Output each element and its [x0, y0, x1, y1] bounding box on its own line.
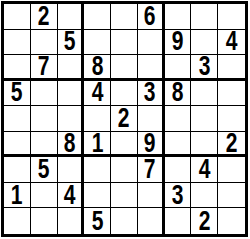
cell-r6c8[interactable]	[191, 132, 218, 158]
cell-r3c5[interactable]	[111, 55, 138, 81]
given-digit: 5	[91, 208, 103, 234]
cell-r3c7[interactable]	[165, 55, 192, 81]
cell-r2c5[interactable]	[111, 30, 138, 56]
cell-r1c6[interactable]: 6	[138, 4, 165, 30]
cell-r2c9[interactable]: 4	[218, 30, 245, 56]
cell-r5c4[interactable]	[84, 106, 111, 132]
given-digit: 6	[144, 4, 156, 30]
given-digit: 1	[91, 132, 103, 157]
cell-r9c5[interactable]	[111, 208, 138, 234]
cell-r9c9[interactable]	[218, 208, 245, 234]
cell-r3c1[interactable]	[4, 55, 31, 81]
cell-r3c6[interactable]	[138, 55, 165, 81]
cell-r2c1[interactable]	[4, 30, 31, 56]
given-digit: 3	[198, 55, 210, 80]
cell-r2c3[interactable]: 5	[58, 30, 85, 56]
cell-r6c5[interactable]	[111, 132, 138, 158]
given-digit: 5	[11, 81, 23, 107]
cell-r2c7[interactable]: 9	[165, 30, 192, 56]
cell-r6c7[interactable]	[165, 132, 192, 158]
cell-r4c2[interactable]	[31, 81, 58, 107]
cell-r7c5[interactable]	[111, 157, 138, 183]
cell-r8c8[interactable]	[191, 183, 218, 209]
given-digit: 2	[198, 208, 210, 234]
cell-r6c6[interactable]: 9	[138, 132, 165, 158]
cell-r2c8[interactable]	[191, 30, 218, 56]
given-digit: 3	[144, 81, 156, 107]
cell-r5c7[interactable]	[165, 106, 192, 132]
cell-r4c5[interactable]	[111, 81, 138, 107]
cell-r7c2[interactable]: 5	[31, 157, 58, 183]
cell-r9c1[interactable]	[4, 208, 31, 234]
cell-r5c1[interactable]	[4, 106, 31, 132]
given-digit: 9	[144, 132, 156, 157]
given-digit: 4	[91, 81, 103, 107]
cell-r2c2[interactable]	[31, 30, 58, 56]
given-digit: 4	[64, 183, 76, 209]
cell-r5c8[interactable]	[191, 106, 218, 132]
cell-r9c6[interactable]	[138, 208, 165, 234]
cell-r1c7[interactable]	[165, 4, 192, 30]
given-digit: 8	[91, 55, 103, 80]
cell-r1c1[interactable]	[4, 4, 31, 30]
cell-r7c8[interactable]: 4	[191, 157, 218, 183]
cell-r4c9[interactable]	[218, 81, 245, 107]
cell-r3c3[interactable]	[58, 55, 85, 81]
cell-r4c7[interactable]: 8	[165, 81, 192, 107]
cell-r6c1[interactable]	[4, 132, 31, 158]
cell-r1c2[interactable]: 2	[31, 4, 58, 30]
cell-r8c9[interactable]	[218, 183, 245, 209]
cell-r1c3[interactable]	[58, 4, 85, 30]
cell-r8c5[interactable]	[111, 183, 138, 209]
cell-r7c1[interactable]	[4, 157, 31, 183]
cell-r7c4[interactable]	[84, 157, 111, 183]
given-digit: 2	[226, 132, 238, 157]
given-digit: 4	[226, 30, 238, 56]
cell-r6c9[interactable]: 2	[218, 132, 245, 158]
cell-r9c2[interactable]	[31, 208, 58, 234]
given-digit: 5	[64, 30, 76, 56]
cell-r4c1[interactable]: 5	[4, 81, 31, 107]
cell-r9c4[interactable]: 5	[84, 208, 111, 234]
cell-r9c3[interactable]	[58, 208, 85, 234]
cell-r4c8[interactable]	[191, 81, 218, 107]
cell-r5c3[interactable]	[58, 106, 85, 132]
given-digit: 2	[38, 4, 50, 30]
cell-r8c1[interactable]: 1	[4, 183, 31, 209]
cell-r1c8[interactable]	[191, 4, 218, 30]
cell-r6c2[interactable]	[31, 132, 58, 158]
cell-r3c2[interactable]: 7	[31, 55, 58, 81]
cell-r8c3[interactable]: 4	[58, 183, 85, 209]
cell-r1c9[interactable]	[218, 4, 245, 30]
cell-r3c8[interactable]: 3	[191, 55, 218, 81]
cell-r7c6[interactable]: 7	[138, 157, 165, 183]
cell-r7c7[interactable]	[165, 157, 192, 183]
cell-r8c2[interactable]	[31, 183, 58, 209]
cell-r5c9[interactable]	[218, 106, 245, 132]
cell-r4c4[interactable]: 4	[84, 81, 111, 107]
cell-r9c7[interactable]	[165, 208, 192, 234]
cell-r2c6[interactable]	[138, 30, 165, 56]
cell-r2c4[interactable]	[84, 30, 111, 56]
cell-r7c9[interactable]	[218, 157, 245, 183]
given-digit: 5	[38, 157, 50, 183]
cell-r6c4[interactable]: 1	[84, 132, 111, 158]
given-digit: 7	[144, 157, 156, 183]
cell-r8c4[interactable]	[84, 183, 111, 209]
cell-r1c5[interactable]	[111, 4, 138, 30]
given-digit: 3	[172, 183, 184, 209]
given-digit: 2	[118, 106, 130, 132]
sudoku-board: 2659478354382819257414352	[1, 1, 248, 237]
cell-r8c7[interactable]: 3	[165, 183, 192, 209]
given-digit: 7	[38, 55, 50, 80]
given-digit: 8	[172, 81, 184, 107]
given-digit: 4	[198, 157, 210, 183]
cell-r5c6[interactable]	[138, 106, 165, 132]
cell-r7c3[interactable]	[58, 157, 85, 183]
given-digit: 9	[172, 30, 184, 56]
given-digit: 8	[64, 132, 76, 157]
cell-r5c2[interactable]	[31, 106, 58, 132]
cell-r6c3[interactable]: 8	[58, 132, 85, 158]
cell-r5c5[interactable]: 2	[111, 106, 138, 132]
cell-r8c6[interactable]	[138, 183, 165, 209]
cell-r4c6[interactable]: 3	[138, 81, 165, 107]
cell-r4c3[interactable]	[58, 81, 85, 107]
cell-r9c8[interactable]: 2	[191, 208, 218, 234]
given-digit: 1	[11, 183, 23, 209]
cell-r1c4[interactable]	[84, 4, 111, 30]
cell-r3c4[interactable]: 8	[84, 55, 111, 81]
cell-r3c9[interactable]	[218, 55, 245, 81]
